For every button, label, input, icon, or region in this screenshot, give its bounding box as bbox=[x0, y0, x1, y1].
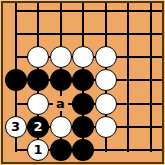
stone-white-1: 1 bbox=[27, 139, 49, 161]
point-label-a: a bbox=[53, 96, 68, 111]
stone-white bbox=[95, 46, 117, 68]
stone-black bbox=[50, 69, 72, 91]
grid-line-horizontal bbox=[15, 10, 163, 12]
stone-white-3: 3 bbox=[5, 116, 27, 138]
stone-black bbox=[50, 139, 72, 161]
stone-black-2: 2 bbox=[27, 116, 49, 138]
stone-white bbox=[72, 46, 94, 68]
stone-black bbox=[27, 69, 49, 91]
grid-line-vertical bbox=[127, 3, 129, 152]
stone-white bbox=[27, 46, 49, 68]
stone-black bbox=[72, 69, 94, 91]
stone-white bbox=[95, 93, 117, 115]
stone-black bbox=[72, 139, 94, 161]
stone-white bbox=[27, 93, 49, 115]
stone-black bbox=[5, 69, 27, 91]
stone-black bbox=[72, 93, 94, 115]
stone-white bbox=[95, 69, 117, 91]
stone-white bbox=[50, 116, 72, 138]
stone-black bbox=[72, 116, 94, 138]
stone-white bbox=[50, 46, 72, 68]
grid-line-horizontal bbox=[15, 33, 163, 35]
go-board: 321 a bbox=[0, 0, 165, 165]
grid-line-vertical bbox=[150, 3, 152, 152]
stone-white bbox=[95, 116, 117, 138]
